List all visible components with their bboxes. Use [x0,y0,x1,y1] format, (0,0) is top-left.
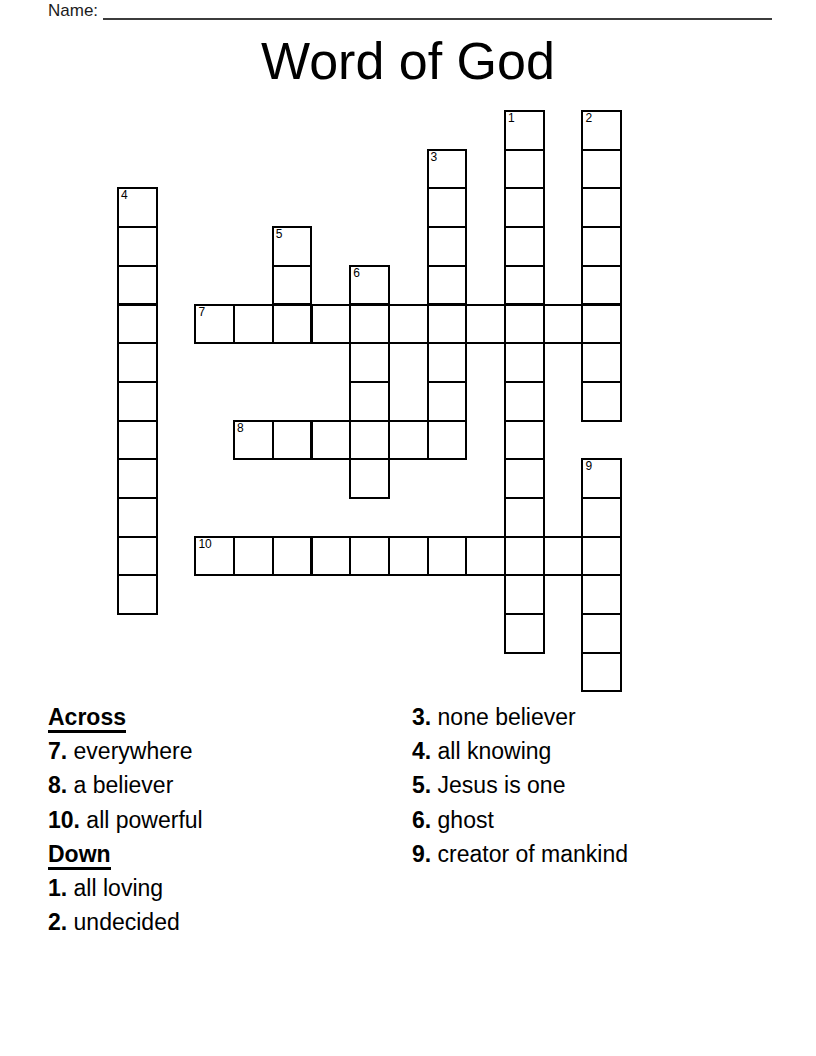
down-clue-list-right: 3. none believer4. all knowing5. Jesus i… [412,700,788,871]
clue-item: 4. all knowing [412,734,788,768]
grid-cell[interactable] [504,574,545,615]
grid-cell[interactable] [581,342,622,383]
clue-item: 6. ghost [412,803,788,837]
grid-cell[interactable] [117,342,158,383]
clue-text: all powerful [80,807,203,833]
grid-cell[interactable] [427,304,468,345]
clue-item: 10. all powerful [48,803,388,837]
grid-cell[interactable] [388,304,429,345]
cell-number: 7 [198,306,205,319]
grid-cell[interactable] [543,304,584,345]
grid-cell[interactable]: 5 [272,226,313,267]
grid-cell[interactable] [504,226,545,267]
clue-text: ghost [431,807,494,833]
grid-cell[interactable] [504,536,545,577]
clue-text: none believer [431,704,576,730]
grid-cell[interactable] [427,226,468,267]
grid-cell[interactable] [427,342,468,383]
down-clue-list-left: 1. all loving2. undecided [48,871,388,939]
grid-cell[interactable] [581,574,622,615]
grid-cell[interactable] [504,381,545,422]
grid-cell[interactable] [581,497,622,538]
grid-cell[interactable] [581,381,622,422]
grid-cell[interactable] [349,536,390,577]
grid-cell[interactable] [117,536,158,577]
clue-number: 9. [412,841,431,867]
clue-item: 9. creator of mankind [412,837,788,871]
cell-number: 5 [276,228,283,241]
cell-number: 9 [585,460,592,473]
clue-column-right: 3. none believer4. all knowing5. Jesus i… [412,700,788,871]
grid-cell[interactable] [388,536,429,577]
grid-cell[interactable] [349,381,390,422]
worksheet-page: Name: Word of God 12345678910 Across 7. … [0,0,816,1056]
grid-cell[interactable] [427,420,468,461]
clue-item: 8. a believer [48,768,388,802]
grid-cell[interactable] [117,226,158,267]
grid-cell[interactable] [581,226,622,267]
grid-cell[interactable]: 2 [581,110,622,151]
clue-text: creator of mankind [431,841,628,867]
clue-item: 3. none believer [412,700,788,734]
grid-cell[interactable] [311,420,352,461]
grid-cell[interactable] [349,342,390,383]
grid-cell[interactable] [311,304,352,345]
grid-cell[interactable] [349,420,390,461]
grid-cell[interactable] [465,304,506,345]
grid-cell[interactable] [272,265,313,306]
cell-number: 10 [198,538,211,551]
clue-item: 2. undecided [48,905,388,939]
cell-number: 6 [353,267,360,280]
grid-cell[interactable] [581,265,622,306]
cell-number: 8 [237,422,244,435]
grid-cell[interactable]: 8 [233,420,274,461]
across-clue-list: 7. everywhere8. a believer10. all powerf… [48,734,388,837]
grid-cell[interactable]: 3 [427,149,468,190]
grid-cell[interactable] [117,304,158,345]
grid-cell[interactable] [117,420,158,461]
grid-cell[interactable] [504,613,545,654]
cell-number: 1 [508,112,515,125]
name-row: Name: [48,1,772,20]
grid-cell[interactable] [504,420,545,461]
grid-cell[interactable] [117,381,158,422]
grid-cell[interactable] [581,149,622,190]
grid-cell[interactable] [272,304,313,345]
clue-text: undecided [67,909,180,935]
grid-cell[interactable] [117,574,158,615]
grid-cell[interactable] [233,304,274,345]
clue-number: 6. [412,807,431,833]
grid-cell[interactable] [504,342,545,383]
grid-cell[interactable]: 6 [349,265,390,306]
grid-cell[interactable] [349,458,390,499]
grid-cell[interactable] [504,187,545,228]
clue-number: 4. [412,738,431,764]
clue-number: 7. [48,738,67,764]
grid-cell[interactable] [581,536,622,577]
grid-cell[interactable] [117,497,158,538]
grid-cell[interactable] [504,149,545,190]
clue-number: 1. [48,875,67,901]
grid-cell[interactable] [581,613,622,654]
grid-cell[interactable] [427,187,468,228]
grid-cell[interactable] [581,187,622,228]
name-input-line[interactable] [103,2,772,20]
grid-cell[interactable] [117,265,158,306]
clue-text: a believer [67,772,173,798]
clue-text: all loving [67,875,163,901]
grid-cell[interactable] [427,536,468,577]
crossword-grid: 12345678910 [118,111,624,694]
cell-number: 2 [585,112,592,125]
clue-text: all knowing [431,738,551,764]
grid-cell[interactable] [504,304,545,345]
grid-cell[interactable]: 9 [581,458,622,499]
grid-cell[interactable] [543,536,584,577]
clue-item: 5. Jesus is one [412,768,788,802]
grid-cell[interactable]: 7 [194,304,235,345]
grid-cell[interactable] [504,458,545,499]
grid-cell[interactable] [465,536,506,577]
grid-cell[interactable] [272,420,313,461]
grid-cell[interactable]: 4 [117,187,158,228]
clue-number: 10. [48,807,80,833]
clue-text: Jesus is one [431,772,565,798]
grid-cell[interactable] [581,304,622,345]
clue-number: 3. [412,704,431,730]
name-label: Name: [48,1,98,20]
clue-item: 1. all loving [48,871,388,905]
clue-item: 7. everywhere [48,734,388,768]
grid-cell[interactable] [233,536,274,577]
grid-cell[interactable]: 10 [194,536,235,577]
down-heading: Down [48,837,388,871]
puzzle-title: Word of God [0,33,816,89]
grid-cell[interactable] [581,652,622,693]
clue-column-left: Across 7. everywhere8. a believer10. all… [48,700,388,939]
grid-cell[interactable] [427,381,468,422]
grid-cell[interactable]: 1 [504,110,545,151]
grid-cell[interactable] [388,420,429,461]
grid-cell[interactable] [117,458,158,499]
clue-text: everywhere [67,738,192,764]
clue-number: 2. [48,909,67,935]
grid-cell[interactable] [311,536,352,577]
grid-cell[interactable] [504,265,545,306]
grid-cell[interactable] [349,304,390,345]
across-heading: Across [48,700,388,734]
cell-number: 3 [431,151,438,164]
clue-number: 5. [412,772,431,798]
grid-cell[interactable] [272,536,313,577]
cell-number: 4 [121,189,128,202]
clue-number: 8. [48,772,67,798]
grid-cell[interactable] [504,497,545,538]
grid-cell[interactable] [427,265,468,306]
